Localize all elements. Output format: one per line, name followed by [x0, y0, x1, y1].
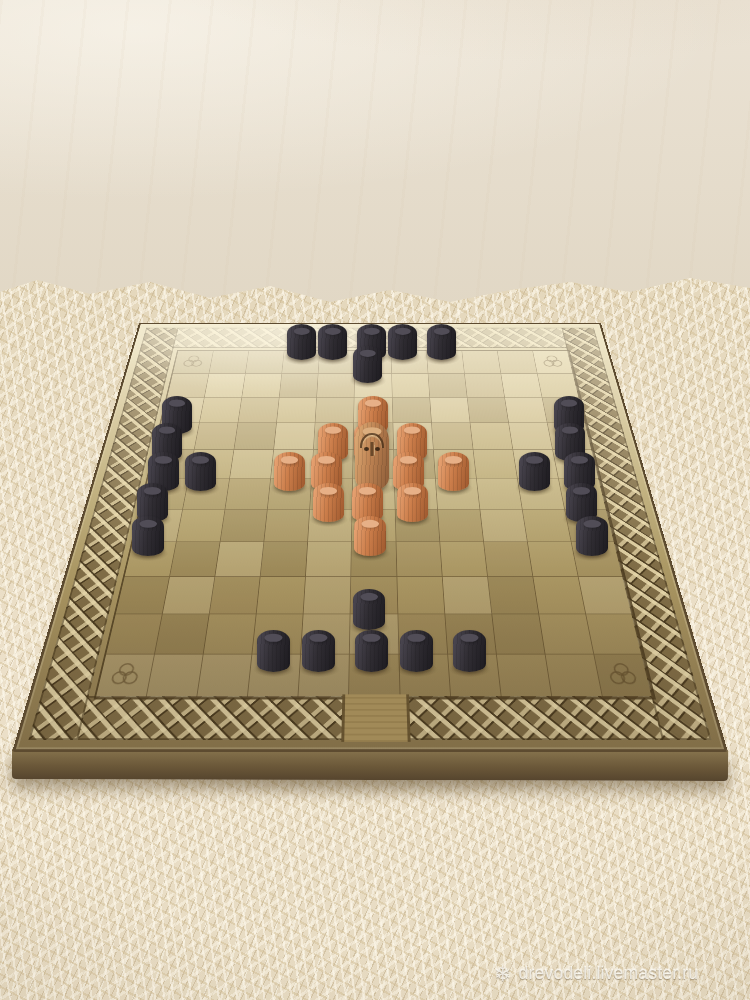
- board-cell[interactable]: [264, 509, 310, 542]
- board-cell[interactable]: [462, 351, 501, 374]
- board-cell[interactable]: [480, 509, 528, 542]
- board-cell[interactable]: [501, 374, 542, 398]
- piece-top-face: ●: [151, 450, 175, 468]
- board-cell[interactable]: [509, 423, 553, 450]
- board-cell[interactable]: [277, 398, 317, 423]
- king-nose-guard: [371, 442, 374, 457]
- king-right-eye: [375, 447, 380, 451]
- piece-top-face: ●: [580, 514, 605, 532]
- watermark-text: drevodeli.livemaster.ru: [519, 963, 699, 984]
- board-cell[interactable]: [397, 577, 445, 614]
- board-cell[interactable]: [306, 542, 352, 577]
- board-cell[interactable]: [205, 374, 246, 398]
- piece-top-face: ●: [156, 420, 179, 437]
- piece-top-face: ●: [321, 322, 343, 339]
- board-cell[interactable]: [230, 450, 274, 479]
- piece-top-face: ●: [261, 628, 286, 647]
- piece-top-face: ●: [567, 450, 591, 468]
- piece-top-face: ●: [430, 322, 452, 339]
- piece-top-face: ●: [569, 481, 593, 499]
- piece-top-face: ●: [396, 450, 420, 468]
- attacker-piece[interactable]: ●: [353, 343, 382, 383]
- defender-piece[interactable]: ●: [274, 449, 305, 491]
- board-cell[interactable]: [492, 614, 545, 654]
- board-front-edge: [12, 749, 728, 781]
- board-cell[interactable]: [539, 614, 594, 654]
- piece-top-face: ●: [359, 628, 384, 647]
- board-cell[interactable]: [238, 398, 279, 423]
- triquetra-icon: [540, 354, 566, 368]
- defender-piece[interactable]: ●: [397, 480, 428, 522]
- attacker-piece[interactable]: ●: [453, 627, 486, 672]
- attacker-piece[interactable]: ●: [185, 449, 216, 491]
- board-cell[interactable]: [147, 654, 204, 697]
- attacker-piece[interactable]: ●: [400, 627, 433, 672]
- board-cell[interactable]: [586, 614, 643, 654]
- board-cell[interactable]: [215, 542, 264, 577]
- attacker-piece[interactable]: ●: [388, 321, 417, 360]
- board-cell[interactable]: [497, 654, 553, 697]
- attacker-piece[interactable]: ●: [427, 321, 456, 360]
- piece-top-face: ●: [404, 628, 429, 647]
- piece-top-face: ●: [314, 450, 338, 468]
- board-cell[interactable]: [173, 351, 214, 374]
- piece-top-face: ●: [136, 514, 161, 532]
- board-cell[interactable]: [116, 577, 170, 614]
- king-face-carving: [360, 433, 383, 458]
- watermark: ❄ drevodeli.livemaster.ru: [494, 963, 698, 984]
- board-cell[interactable]: [155, 614, 210, 654]
- piece-top-face: ●: [355, 481, 379, 499]
- king-left-eye: [364, 447, 369, 451]
- piece-top-face: ●: [400, 481, 424, 499]
- piece-top-face: ●: [140, 481, 164, 499]
- piece-top-face: ●: [277, 450, 301, 468]
- board-cell[interactable]: [440, 542, 488, 577]
- piece-top-face: ●: [559, 420, 582, 437]
- piece-top-face: ●: [401, 420, 424, 437]
- attacker-piece[interactable]: ●: [132, 513, 164, 556]
- piece-top-face: ●: [358, 514, 383, 532]
- piece-top-face: ●: [441, 450, 465, 468]
- piece-top-face: ●: [316, 481, 340, 499]
- piece-top-face: ●: [522, 450, 546, 468]
- piece-top-face: ●: [290, 322, 312, 339]
- attacker-piece[interactable]: ●: [318, 321, 347, 360]
- board-cell[interactable]: [545, 654, 603, 697]
- board-cell[interactable]: [505, 398, 548, 423]
- board-cell[interactable]: [209, 351, 249, 374]
- piece-top-face: ●: [558, 393, 581, 410]
- board-cell[interactable]: [396, 542, 442, 577]
- board-cell[interactable]: [204, 614, 257, 654]
- attacker-piece[interactable]: ●: [302, 627, 335, 672]
- board-cell[interactable]: [170, 542, 221, 577]
- snowflake-ornament-icon: ❄: [494, 963, 512, 984]
- board-cell[interactable]: [465, 374, 505, 398]
- board-cell[interactable]: [430, 398, 470, 423]
- attacker-piece[interactable]: ●: [519, 449, 550, 491]
- piece-top-face: ●: [322, 420, 345, 437]
- board-cell[interactable]: [467, 398, 509, 423]
- piece-top-face: ●: [188, 450, 212, 468]
- board-cell[interactable]: [497, 351, 537, 374]
- board-cell[interactable]: [225, 479, 271, 510]
- piece-top-face: ●: [356, 344, 378, 361]
- piece-top-face: ●: [360, 322, 382, 339]
- board-cell[interactable]: [428, 374, 467, 398]
- board-cell[interactable]: [442, 577, 492, 614]
- piece-top-face: ●: [457, 628, 482, 647]
- board-cell[interactable]: [200, 398, 242, 423]
- bottom-border-plain-panel: [341, 694, 410, 741]
- board-cell[interactable]: [261, 542, 309, 577]
- board-cell[interactable]: [106, 614, 163, 654]
- board-cell[interactable]: [195, 423, 239, 450]
- board-cell[interactable]: [488, 577, 539, 614]
- board-cell[interactable]: [177, 509, 226, 542]
- attacker-piece[interactable]: ●: [355, 627, 388, 672]
- board-cell[interactable]: [473, 450, 517, 479]
- board-cell[interactable]: [533, 351, 574, 374]
- defender-piece[interactable]: ●: [313, 480, 344, 522]
- attacker-piece[interactable]: ●: [287, 321, 316, 360]
- board-cell[interactable]: [484, 542, 533, 577]
- board-cell[interactable]: [304, 577, 352, 614]
- attacker-piece[interactable]: ●: [576, 513, 608, 556]
- board-cell[interactable]: [96, 654, 155, 697]
- piece-top-face: ●: [391, 322, 413, 339]
- board-cell[interactable]: [432, 423, 474, 450]
- piece-top-face: ●: [306, 628, 331, 647]
- board-cell[interactable]: [234, 423, 277, 450]
- board-cell[interactable]: [197, 654, 252, 697]
- triquetra-icon: [107, 661, 144, 688]
- defender-piece[interactable]: ●: [438, 449, 469, 491]
- board-cell[interactable]: [242, 374, 282, 398]
- board-cell[interactable]: [246, 351, 285, 374]
- piece-top-face: ●: [166, 393, 189, 410]
- triquetra-icon: [604, 661, 641, 688]
- board-cell[interactable]: [438, 509, 484, 542]
- board-cell[interactable]: [257, 577, 306, 614]
- piece-top-face: ●: [357, 587, 382, 605]
- photo-scene: ●●●●●●●●●●●●●●●●●●●●●●●●●●●●●●●●●●●●● ❄ …: [0, 0, 750, 1000]
- board-cell[interactable]: [470, 423, 513, 450]
- board-cell[interactable]: [221, 509, 268, 542]
- board-cell[interactable]: [280, 374, 319, 398]
- board-cell[interactable]: [533, 577, 586, 614]
- board-cell[interactable]: [274, 423, 315, 450]
- piece-top-face: ●: [362, 393, 385, 410]
- defender-piece[interactable]: ●: [354, 513, 386, 556]
- attacker-piece[interactable]: ●: [257, 627, 290, 672]
- triquetra-icon: [180, 354, 206, 368]
- board-cell[interactable]: [163, 577, 216, 614]
- board-cell[interactable]: [579, 577, 634, 614]
- board-cell[interactable]: [392, 374, 430, 398]
- attacker-piece[interactable]: ●: [353, 586, 385, 630]
- board-cell[interactable]: [594, 654, 653, 697]
- board-cell[interactable]: [210, 577, 261, 614]
